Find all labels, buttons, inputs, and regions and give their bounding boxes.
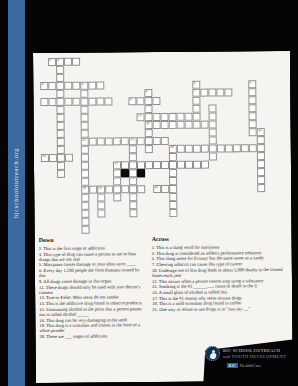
grid-cell[interactable]: [241, 144, 249, 152]
spine-url-text: bjcschooloutreach.org: [12, 148, 19, 218]
grid-cell[interactable]: [57, 146, 65, 154]
grid-cell[interactable]: [113, 177, 121, 185]
grid-cell[interactable]: [169, 153, 177, 161]
grid-cell[interactable]: [144, 97, 152, 105]
grid-cell[interactable]: [216, 88, 224, 96]
grid-cell[interactable]: [152, 97, 160, 105]
clue-number: 14: [258, 129, 261, 133]
grid-cell[interactable]: [129, 153, 137, 161]
grid-cell[interactable]: [48, 82, 56, 90]
grid-cell[interactable]: [89, 138, 97, 146]
grid-cell[interactable]: [249, 120, 257, 128]
grid-cell-black: [121, 169, 129, 177]
grid-cell[interactable]: [153, 121, 161, 129]
grid-cell[interactable]: [57, 114, 65, 122]
grid-cell[interactable]: [72, 98, 80, 106]
clue-item: 6. Every day 1,200 people die from disea…: [39, 267, 147, 278]
grid-cell[interactable]: [257, 144, 265, 152]
grid-cell[interactable]: [129, 209, 137, 217]
grid-cell[interactable]: [153, 161, 161, 169]
grid-cell[interactable]: [248, 96, 256, 104]
grid-cell[interactable]: [169, 193, 177, 201]
clue-item: 21. One way to refuse to use drugs is to…: [152, 306, 290, 312]
grid-cell[interactable]: [169, 185, 177, 193]
grid-cell[interactable]: [257, 184, 265, 192]
grid-cell[interactable]: [56, 106, 64, 114]
clue-number: 13: [130, 138, 133, 142]
grid-cell[interactable]: [233, 144, 241, 152]
grid-cell[interactable]: [193, 161, 201, 169]
grid-cell[interactable]: [56, 66, 64, 74]
grid-cell[interactable]: [248, 88, 256, 96]
grid-cell[interactable]: [192, 105, 200, 113]
clue-number: 15: [170, 145, 173, 149]
grid-cell[interactable]: [72, 58, 80, 66]
down-clues-section: Down 2. This is the first stage of addic…: [39, 236, 148, 340]
bjc-starburst-person-icon: [205, 346, 220, 361]
grid-cell[interactable]: 2: [56, 58, 64, 66]
grid-cell[interactable]: [169, 209, 177, 217]
grid-cell[interactable]: [113, 137, 121, 145]
grid-cell[interactable]: [192, 97, 200, 105]
grid-cell[interactable]: [136, 97, 144, 105]
grid-cell[interactable]: [193, 113, 201, 121]
grid-cell[interactable]: [57, 154, 65, 162]
grid-cell[interactable]: 8: [144, 89, 152, 97]
grid-cell[interactable]: [200, 89, 208, 97]
grid-cell[interactable]: [57, 162, 65, 170]
grid-cell[interactable]: [121, 185, 129, 193]
grid-cell[interactable]: [161, 185, 169, 193]
grid-cell[interactable]: [96, 98, 104, 106]
page-spine: bjcschooloutreach.org: [8, 0, 25, 386]
down-clues-list: 2. This is the first stage of addiction4…: [39, 245, 148, 339]
grid-cell[interactable]: 19: [81, 186, 89, 194]
grid-cell[interactable]: [113, 185, 121, 193]
grid-cell[interactable]: [257, 136, 265, 144]
grid-cell[interactable]: [48, 98, 56, 106]
grid-cell[interactable]: [193, 145, 201, 153]
grid-cell[interactable]: 11: [81, 138, 89, 146]
grid-cell[interactable]: [201, 145, 209, 153]
grid-cell[interactable]: [169, 177, 177, 185]
grid-cell[interactable]: [113, 193, 121, 201]
across-heading: Across: [152, 235, 290, 243]
grid-cell[interactable]: [257, 176, 265, 184]
logo-line1: BJC SCHOOL OUTREACH: [223, 348, 286, 353]
clue-number: 9: [130, 98, 132, 102]
clue-number: 1: [50, 58, 52, 62]
grid-cell[interactable]: [209, 113, 217, 121]
grid-cell[interactable]: [40, 98, 48, 106]
scanned-page-background: bjcschooloutreach.org 123456879101214111…: [0, 0, 298, 386]
grid-cell[interactable]: [177, 145, 185, 153]
grid-cell[interactable]: [104, 97, 112, 105]
grid-cell[interactable]: [97, 201, 105, 209]
clue-number: 7: [194, 89, 196, 93]
grid-cell[interactable]: [209, 121, 217, 129]
grid-cell[interactable]: [129, 161, 137, 169]
logo-line2: and YOUTH DEVELOPMENT: [223, 354, 286, 359]
grid-cell[interactable]: [57, 138, 65, 146]
grid-cell[interactable]: [96, 82, 104, 90]
grid-cell[interactable]: [217, 144, 225, 152]
grid-cell[interactable]: [80, 90, 88, 98]
worksheet-page: 1234568791012141113151617192021 Down 2. …: [33, 51, 293, 383]
grid-cell[interactable]: [81, 122, 89, 130]
grid-cell[interactable]: [208, 89, 216, 97]
grid-cell[interactable]: [89, 186, 97, 194]
grid-cell[interactable]: 1: [48, 58, 56, 66]
clue-number: 3: [42, 83, 44, 87]
grid-cell[interactable]: [97, 193, 105, 201]
grid-cell-black: [137, 169, 145, 177]
grid-cell[interactable]: 9: [128, 97, 136, 105]
grid-cell[interactable]: [193, 121, 201, 129]
grid-cell[interactable]: [81, 202, 89, 210]
grid-cell[interactable]: [129, 185, 137, 193]
grid-cell[interactable]: [81, 194, 89, 202]
grid-cell[interactable]: [185, 121, 193, 129]
grid-cell[interactable]: [129, 201, 137, 209]
clue-number: 21: [155, 186, 158, 190]
grid-cell[interactable]: [64, 82, 72, 90]
grid-cell[interactable]: [145, 113, 153, 121]
grid-cell[interactable]: [105, 137, 113, 145]
grid-cell[interactable]: [129, 193, 137, 201]
clue-item: 11. These drugs should only be used with…: [39, 284, 147, 295]
grid-cell[interactable]: [80, 98, 88, 106]
grid-cell[interactable]: [161, 121, 169, 129]
grid-cell[interactable]: [153, 113, 161, 121]
grid-cell[interactable]: [57, 170, 65, 178]
clue-item: 20. There are ___ stages of addiction: [39, 333, 147, 339]
clue-number: 19: [83, 186, 86, 190]
grid-cell[interactable]: [145, 137, 153, 145]
grid-cell[interactable]: [129, 169, 137, 177]
grid-cell[interactable]: [257, 160, 265, 168]
grid-cell[interactable]: [81, 146, 89, 154]
grid-cell[interactable]: [161, 137, 169, 145]
grid-cell[interactable]: [137, 185, 145, 193]
grid-cell[interactable]: [80, 106, 88, 114]
grid-cell[interactable]: [209, 145, 217, 153]
grid-cell[interactable]: [105, 185, 113, 193]
grid-cell[interactable]: 20: [97, 185, 105, 193]
grid-cell[interactable]: [97, 209, 105, 217]
grid-cell[interactable]: [72, 82, 80, 90]
grid-cell[interactable]: [56, 82, 64, 90]
grid-cell[interactable]: [185, 161, 193, 169]
grid-cell[interactable]: [249, 112, 257, 120]
grid-cell[interactable]: [49, 154, 57, 162]
grid-cell[interactable]: [121, 137, 129, 145]
grid-cell[interactable]: [249, 128, 257, 136]
grid-cell[interactable]: [177, 161, 185, 169]
clue-number: 2: [58, 58, 60, 62]
grid-cell[interactable]: [225, 144, 233, 152]
grid-cell[interactable]: [56, 90, 64, 98]
grid-cell[interactable]: [169, 201, 177, 209]
down-heading: Down: [39, 236, 147, 244]
grid-cell[interactable]: [81, 162, 89, 170]
grid-cell[interactable]: [129, 177, 137, 185]
grid-cell[interactable]: [224, 88, 232, 96]
clue-number: 12: [146, 122, 149, 126]
grid-cell[interactable]: [129, 145, 137, 153]
clue-number: 17: [114, 162, 117, 166]
grid-cell[interactable]: [81, 114, 89, 122]
grid-cell[interactable]: [161, 161, 169, 169]
grid-cell[interactable]: [97, 137, 105, 145]
grid-cell[interactable]: [81, 178, 89, 186]
grid-cell[interactable]: 4: [80, 82, 88, 90]
grid-cell[interactable]: [185, 145, 193, 153]
grid-cell[interactable]: [121, 161, 129, 169]
clue-number: 11: [82, 138, 85, 142]
grid-cell[interactable]: [88, 82, 96, 90]
grid-cell[interactable]: [144, 105, 152, 113]
grid-cell[interactable]: [81, 154, 89, 162]
grid-cell[interactable]: [257, 168, 265, 176]
grid-cell[interactable]: [145, 161, 153, 169]
crossword-grid[interactable]: 1234568791012141113151617192021: [40, 56, 290, 234]
grid-cell[interactable]: 5: [192, 81, 200, 89]
grid-cell[interactable]: [64, 98, 72, 106]
across-clues-section: Across 1. This is a slang word for marij…: [152, 235, 291, 313]
clue-number: 5: [194, 81, 196, 85]
grid-cell[interactable]: [169, 121, 177, 129]
grid-cell[interactable]: 15: [169, 145, 177, 153]
grid-cell[interactable]: [209, 129, 217, 137]
grid-cell[interactable]: [57, 122, 65, 130]
grid-cell[interactable]: [249, 144, 257, 152]
grid-cell[interactable]: [56, 98, 64, 106]
clue-item: 15. Consuming alcohol to the point that …: [39, 306, 147, 317]
grid-cell[interactable]: [145, 145, 153, 153]
grid-cell[interactable]: [201, 161, 209, 169]
grid-cell[interactable]: [81, 218, 89, 226]
grid-cell[interactable]: [185, 113, 193, 121]
grid-cell[interactable]: [208, 105, 216, 113]
grid-cell[interactable]: [169, 169, 177, 177]
across-clues-list: 1. This is a slang word for marijuana3. …: [152, 244, 291, 312]
grid-cell[interactable]: 3: [40, 82, 48, 90]
clue-number: 8: [146, 90, 148, 94]
clue-item: 10. Underage use of this drug leads to a…: [152, 267, 290, 278]
clue-number: 20: [99, 186, 102, 190]
grid-cell[interactable]: [57, 130, 65, 138]
clue-item: 4. This type of drug can cause a person …: [39, 251, 147, 262]
grid-cell[interactable]: [257, 152, 265, 160]
grid-cell[interactable]: [209, 137, 217, 145]
grid-cell[interactable]: [64, 58, 72, 66]
grid-cell[interactable]: [65, 154, 73, 162]
grid-cell[interactable]: [153, 137, 161, 145]
clue-number: 4: [82, 82, 84, 86]
grid-cell[interactable]: [113, 169, 121, 177]
grid-cell[interactable]: 12: [145, 121, 153, 129]
grid-cell[interactable]: [177, 113, 185, 121]
grid-cell[interactable]: [81, 170, 89, 178]
grid-cell[interactable]: [177, 121, 185, 129]
grid-cell[interactable]: [209, 153, 217, 161]
grid-cell[interactable]: [145, 129, 153, 137]
grid-cell[interactable]: [88, 98, 96, 106]
clue-item: 19. This drug is a stimulant and comes i…: [39, 322, 147, 333]
grid-cell[interactable]: [81, 210, 89, 218]
grid-cell[interactable]: [201, 121, 209, 129]
grid-cell[interactable]: 14: [257, 128, 265, 136]
grid-cell[interactable]: [56, 74, 64, 82]
grid-cell[interactable]: 6: [248, 80, 256, 88]
clue-number: 16: [42, 155, 45, 159]
grid-cell[interactable]: [161, 113, 169, 121]
bjc-logo: BJC SCHOOL OUTREACH and YOUTH DEVELOPMEN…: [205, 346, 291, 380]
grid-cell[interactable]: [169, 113, 177, 121]
clue-number: 10: [138, 114, 141, 118]
grid-cell[interactable]: 7: [192, 89, 200, 97]
grid-cell[interactable]: [137, 161, 145, 169]
grid-cell[interactable]: [248, 104, 256, 112]
grid-cell[interactable]: 13: [129, 137, 137, 145]
bjc-healthcare-label: HealthCare: [240, 363, 262, 368]
grid-cell[interactable]: 10: [137, 113, 145, 121]
grid-cell[interactable]: 16: [41, 154, 49, 162]
grid-cell[interactable]: 21: [153, 185, 161, 193]
grid-cell[interactable]: [81, 130, 89, 138]
grid-cell[interactable]: 17: [113, 161, 121, 169]
grid-cell[interactable]: [169, 161, 177, 169]
bjc-healthcare-badge: BJC: [227, 363, 238, 368]
clue-number: 6: [250, 81, 252, 85]
grid-cell[interactable]: [82, 226, 90, 234]
grid-cell[interactable]: [137, 137, 145, 145]
